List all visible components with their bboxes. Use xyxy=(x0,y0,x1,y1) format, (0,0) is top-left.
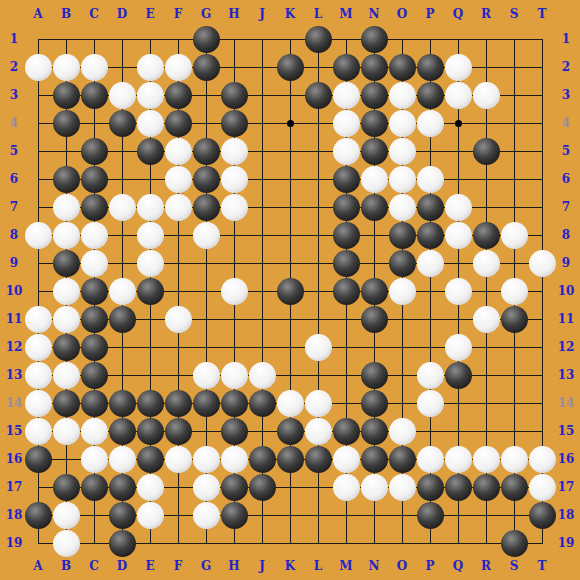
stone-B11 xyxy=(53,306,80,333)
stone-S8 xyxy=(501,222,528,249)
stone-A13 xyxy=(25,362,52,389)
stone-H10 xyxy=(221,278,248,305)
stone-F14 xyxy=(165,390,192,417)
stone-B13 xyxy=(53,362,80,389)
stone-P18 xyxy=(417,502,444,529)
coordinate-label: M xyxy=(334,559,358,573)
stone-M9 xyxy=(333,250,360,277)
coordinate-label: M xyxy=(334,7,358,21)
stone-M17 xyxy=(333,474,360,501)
coordinate-label: F xyxy=(166,559,190,573)
stone-T18 xyxy=(529,502,556,529)
coordinate-label: 9 xyxy=(554,256,578,270)
stone-Q2 xyxy=(445,54,472,81)
coordinate-label: R xyxy=(474,7,498,21)
stone-N13 xyxy=(361,362,388,389)
stone-J13 xyxy=(249,362,276,389)
stone-N17 xyxy=(361,474,388,501)
coordinate-label: F xyxy=(166,7,190,21)
stone-C2 xyxy=(81,54,108,81)
coordinate-label: 6 xyxy=(2,172,26,186)
coordinate-label: O xyxy=(390,559,414,573)
stone-N5 xyxy=(361,138,388,165)
stone-Q17 xyxy=(445,474,472,501)
stone-N2 xyxy=(361,54,388,81)
stone-S16 xyxy=(501,446,528,473)
stone-O9 xyxy=(389,250,416,277)
stone-P6 xyxy=(417,166,444,193)
star-point xyxy=(287,120,294,127)
coordinate-label: B xyxy=(54,559,78,573)
stone-N3 xyxy=(361,82,388,109)
stone-F16 xyxy=(165,446,192,473)
coordinate-label: 1 xyxy=(554,32,578,46)
stone-P9 xyxy=(417,250,444,277)
stone-P4 xyxy=(417,110,444,137)
stone-C6 xyxy=(81,166,108,193)
coordinate-label: Q xyxy=(446,7,470,21)
coordinate-label: 12 xyxy=(2,340,26,354)
coordinate-label: N xyxy=(362,559,386,573)
stone-A8 xyxy=(25,222,52,249)
coordinate-label: 13 xyxy=(2,368,26,382)
stone-D15 xyxy=(109,418,136,445)
coordinate-label: C xyxy=(82,7,106,21)
stone-R8 xyxy=(473,222,500,249)
stone-M5 xyxy=(333,138,360,165)
stone-Q8 xyxy=(445,222,472,249)
stone-M7 xyxy=(333,194,360,221)
stone-N15 xyxy=(361,418,388,445)
stone-A14 xyxy=(25,390,52,417)
stone-K2 xyxy=(277,54,304,81)
stone-C12 xyxy=(81,334,108,361)
stone-E7 xyxy=(137,194,164,221)
stone-N7 xyxy=(361,194,388,221)
stone-C8 xyxy=(81,222,108,249)
stone-B6 xyxy=(53,166,80,193)
coordinate-label: 4 xyxy=(2,116,26,130)
stone-D7 xyxy=(109,194,136,221)
coordinate-label: 6 xyxy=(554,172,578,186)
coordinate-label: 16 xyxy=(554,452,578,466)
stone-F2 xyxy=(165,54,192,81)
coordinate-label: 3 xyxy=(2,88,26,102)
stone-J16 xyxy=(249,446,276,473)
stone-N6 xyxy=(361,166,388,193)
stone-Q16 xyxy=(445,446,472,473)
stone-F7 xyxy=(165,194,192,221)
stone-C3 xyxy=(81,82,108,109)
stone-S17 xyxy=(501,474,528,501)
stone-R9 xyxy=(473,250,500,277)
stone-S19 xyxy=(501,530,528,557)
stone-M10 xyxy=(333,278,360,305)
stone-H6 xyxy=(221,166,248,193)
stone-E17 xyxy=(137,474,164,501)
stone-E3 xyxy=(137,82,164,109)
coordinate-label: 14 xyxy=(2,396,26,410)
stone-G14 xyxy=(193,390,220,417)
stone-B15 xyxy=(53,418,80,445)
coordinate-label: 15 xyxy=(554,424,578,438)
stone-K14 xyxy=(277,390,304,417)
coordinate-label: 8 xyxy=(554,228,578,242)
coordinate-label: 19 xyxy=(554,536,578,550)
stone-O17 xyxy=(389,474,416,501)
stone-D18 xyxy=(109,502,136,529)
coordinate-label: 11 xyxy=(2,312,26,326)
coordinate-label: 10 xyxy=(554,284,578,298)
stone-Q3 xyxy=(445,82,472,109)
stone-E18 xyxy=(137,502,164,529)
coordinate-label: 12 xyxy=(554,340,578,354)
coordinate-label: 10 xyxy=(2,284,26,298)
stone-D19 xyxy=(109,530,136,557)
coordinate-label: H xyxy=(222,559,246,573)
stone-F11 xyxy=(165,306,192,333)
stone-A16 xyxy=(25,446,52,473)
coordinate-label: L xyxy=(306,7,330,21)
stone-B18 xyxy=(53,502,80,529)
stone-N10 xyxy=(361,278,388,305)
stone-Q12 xyxy=(445,334,472,361)
stone-D16 xyxy=(109,446,136,473)
stone-G18 xyxy=(193,502,220,529)
stone-A11 xyxy=(25,306,52,333)
stone-K16 xyxy=(277,446,304,473)
stone-R3 xyxy=(473,82,500,109)
stone-D4 xyxy=(109,110,136,137)
stone-P13 xyxy=(417,362,444,389)
coordinate-label: E xyxy=(138,559,162,573)
stone-A2 xyxy=(25,54,52,81)
stone-L12 xyxy=(305,334,332,361)
go-board-screen: ABCDEFGHJKLMNOPQRST ABCDEFGHJKLMNOPQRST … xyxy=(0,0,580,580)
stone-O5 xyxy=(389,138,416,165)
stone-H3 xyxy=(221,82,248,109)
stone-J14 xyxy=(249,390,276,417)
coordinate-label: 7 xyxy=(2,200,26,214)
stone-N14 xyxy=(361,390,388,417)
stone-G5 xyxy=(193,138,220,165)
stone-F6 xyxy=(165,166,192,193)
stone-B14 xyxy=(53,390,80,417)
stone-B12 xyxy=(53,334,80,361)
stone-G6 xyxy=(193,166,220,193)
stone-N16 xyxy=(361,446,388,473)
stone-E4 xyxy=(137,110,164,137)
stone-P3 xyxy=(417,82,444,109)
stone-B19 xyxy=(53,530,80,557)
stone-L15 xyxy=(305,418,332,445)
stone-E8 xyxy=(137,222,164,249)
coordinate-label: 16 xyxy=(2,452,26,466)
stone-L14 xyxy=(305,390,332,417)
stone-R11 xyxy=(473,306,500,333)
coordinate-label: 9 xyxy=(2,256,26,270)
stone-R17 xyxy=(473,474,500,501)
stone-E10 xyxy=(137,278,164,305)
stone-G2 xyxy=(193,54,220,81)
stone-M3 xyxy=(333,82,360,109)
stone-N1 xyxy=(361,26,388,53)
stone-H13 xyxy=(221,362,248,389)
coordinate-label: E xyxy=(138,7,162,21)
coordinate-label: T xyxy=(530,559,554,573)
stone-C11 xyxy=(81,306,108,333)
coordinate-label: 18 xyxy=(554,508,578,522)
stone-O10 xyxy=(389,278,416,305)
stone-R5 xyxy=(473,138,500,165)
stone-L3 xyxy=(305,82,332,109)
stone-B7 xyxy=(53,194,80,221)
stone-C7 xyxy=(81,194,108,221)
stone-P7 xyxy=(417,194,444,221)
coordinate-label: B xyxy=(54,7,78,21)
stone-A15 xyxy=(25,418,52,445)
coordinate-label: 15 xyxy=(2,424,26,438)
coordinate-label: 2 xyxy=(554,60,578,74)
stone-L1 xyxy=(305,26,332,53)
coordinate-label: H xyxy=(222,7,246,21)
stone-P2 xyxy=(417,54,444,81)
stone-D10 xyxy=(109,278,136,305)
stone-E16 xyxy=(137,446,164,473)
stone-O3 xyxy=(389,82,416,109)
stone-G17 xyxy=(193,474,220,501)
coordinate-label: D xyxy=(110,559,134,573)
stone-G1 xyxy=(193,26,220,53)
coordinate-label: K xyxy=(278,559,302,573)
stone-C13 xyxy=(81,362,108,389)
stone-D17 xyxy=(109,474,136,501)
stone-Q13 xyxy=(445,362,472,389)
stone-F15 xyxy=(165,418,192,445)
stone-K15 xyxy=(277,418,304,445)
coordinate-label: 5 xyxy=(554,144,578,158)
stone-J17 xyxy=(249,474,276,501)
stone-D14 xyxy=(109,390,136,417)
stone-E2 xyxy=(137,54,164,81)
coordinate-label: L xyxy=(306,559,330,573)
coordinate-label: P xyxy=(418,559,442,573)
stone-O7 xyxy=(389,194,416,221)
stone-H14 xyxy=(221,390,248,417)
coordinate-label: 5 xyxy=(2,144,26,158)
stone-N4 xyxy=(361,110,388,137)
coordinate-label: K xyxy=(278,7,302,21)
stone-O16 xyxy=(389,446,416,473)
coordinate-label: J xyxy=(250,559,274,573)
stone-M6 xyxy=(333,166,360,193)
stone-P14 xyxy=(417,390,444,417)
coordinate-label: P xyxy=(418,7,442,21)
stone-E5 xyxy=(137,138,164,165)
stone-B8 xyxy=(53,222,80,249)
stone-H5 xyxy=(221,138,248,165)
stone-E14 xyxy=(137,390,164,417)
coordinate-label: 1 xyxy=(2,32,26,46)
stone-S11 xyxy=(501,306,528,333)
stone-S10 xyxy=(501,278,528,305)
coordinate-label: 19 xyxy=(2,536,26,550)
coordinate-label: 8 xyxy=(2,228,26,242)
stone-G7 xyxy=(193,194,220,221)
stone-B9 xyxy=(53,250,80,277)
stone-F4 xyxy=(165,110,192,137)
coordinate-label: Q xyxy=(446,559,470,573)
stone-P8 xyxy=(417,222,444,249)
stone-R16 xyxy=(473,446,500,473)
stone-E15 xyxy=(137,418,164,445)
coordinate-label: G xyxy=(194,559,218,573)
stone-B4 xyxy=(53,110,80,137)
coordinate-label: T xyxy=(530,7,554,21)
stone-B3 xyxy=(53,82,80,109)
stone-C15 xyxy=(81,418,108,445)
coordinate-label: D xyxy=(110,7,134,21)
stone-M2 xyxy=(333,54,360,81)
stone-Q10 xyxy=(445,278,472,305)
stone-C9 xyxy=(81,250,108,277)
coordinate-label: 7 xyxy=(554,200,578,214)
stone-H16 xyxy=(221,446,248,473)
coordinate-label: 14 xyxy=(554,396,578,410)
stone-T9 xyxy=(529,250,556,277)
stone-A18 xyxy=(25,502,52,529)
stone-G13 xyxy=(193,362,220,389)
coordinate-label: 4 xyxy=(554,116,578,130)
coordinate-label: 13 xyxy=(554,368,578,382)
coordinate-label: 17 xyxy=(2,480,26,494)
coordinate-label: 18 xyxy=(2,508,26,522)
coordinate-label: S xyxy=(502,559,526,573)
stone-E9 xyxy=(137,250,164,277)
coordinate-label: O xyxy=(390,7,414,21)
stone-H17 xyxy=(221,474,248,501)
coordinate-label: A xyxy=(26,559,50,573)
coordinate-label: J xyxy=(250,7,274,21)
coordinate-label: G xyxy=(194,7,218,21)
coordinate-label: A xyxy=(26,7,50,21)
stone-M16 xyxy=(333,446,360,473)
stone-F3 xyxy=(165,82,192,109)
stone-B17 xyxy=(53,474,80,501)
stone-H15 xyxy=(221,418,248,445)
stone-H4 xyxy=(221,110,248,137)
stone-H7 xyxy=(221,194,248,221)
coordinate-label: 3 xyxy=(554,88,578,102)
stone-N11 xyxy=(361,306,388,333)
coordinate-label: S xyxy=(502,7,526,21)
coordinate-label: R xyxy=(474,559,498,573)
stone-C16 xyxy=(81,446,108,473)
stone-F5 xyxy=(165,138,192,165)
stone-T17 xyxy=(529,474,556,501)
stone-C17 xyxy=(81,474,108,501)
star-point xyxy=(455,120,462,127)
stone-O8 xyxy=(389,222,416,249)
stone-M4 xyxy=(333,110,360,137)
stone-P16 xyxy=(417,446,444,473)
stone-D11 xyxy=(109,306,136,333)
stone-G8 xyxy=(193,222,220,249)
stone-M15 xyxy=(333,418,360,445)
stone-K10 xyxy=(277,278,304,305)
coordinate-label: 11 xyxy=(554,312,578,326)
coordinate-label: 2 xyxy=(2,60,26,74)
stone-P17 xyxy=(417,474,444,501)
stone-C10 xyxy=(81,278,108,305)
coordinate-label: C xyxy=(82,559,106,573)
stone-G16 xyxy=(193,446,220,473)
stone-B10 xyxy=(53,278,80,305)
stone-L16 xyxy=(305,446,332,473)
stone-O4 xyxy=(389,110,416,137)
stone-C5 xyxy=(81,138,108,165)
stone-T16 xyxy=(529,446,556,473)
stone-O6 xyxy=(389,166,416,193)
stone-Q7 xyxy=(445,194,472,221)
stone-D3 xyxy=(109,82,136,109)
stone-C14 xyxy=(81,390,108,417)
stone-A12 xyxy=(25,334,52,361)
stone-O15 xyxy=(389,418,416,445)
coordinate-label: 17 xyxy=(554,480,578,494)
stone-H18 xyxy=(221,502,248,529)
stone-M8 xyxy=(333,222,360,249)
stone-B2 xyxy=(53,54,80,81)
stone-O2 xyxy=(389,54,416,81)
coordinate-label: N xyxy=(362,7,386,21)
